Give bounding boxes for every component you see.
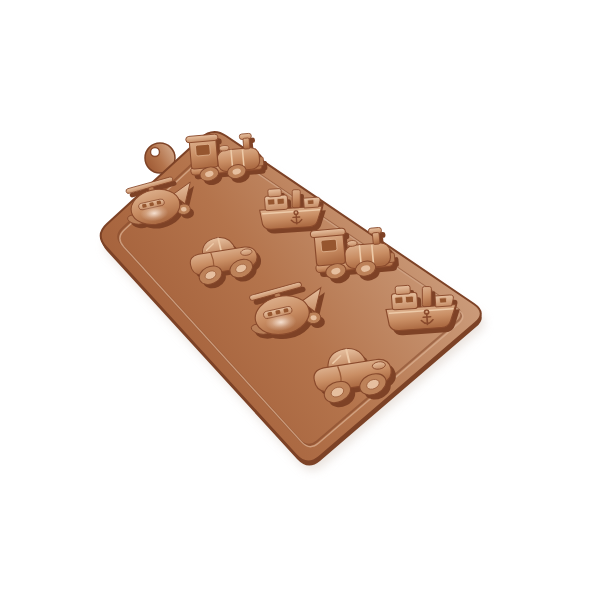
hang-hole xyxy=(151,148,160,157)
product-photo xyxy=(0,0,600,600)
mold-photo-svg xyxy=(0,0,600,600)
